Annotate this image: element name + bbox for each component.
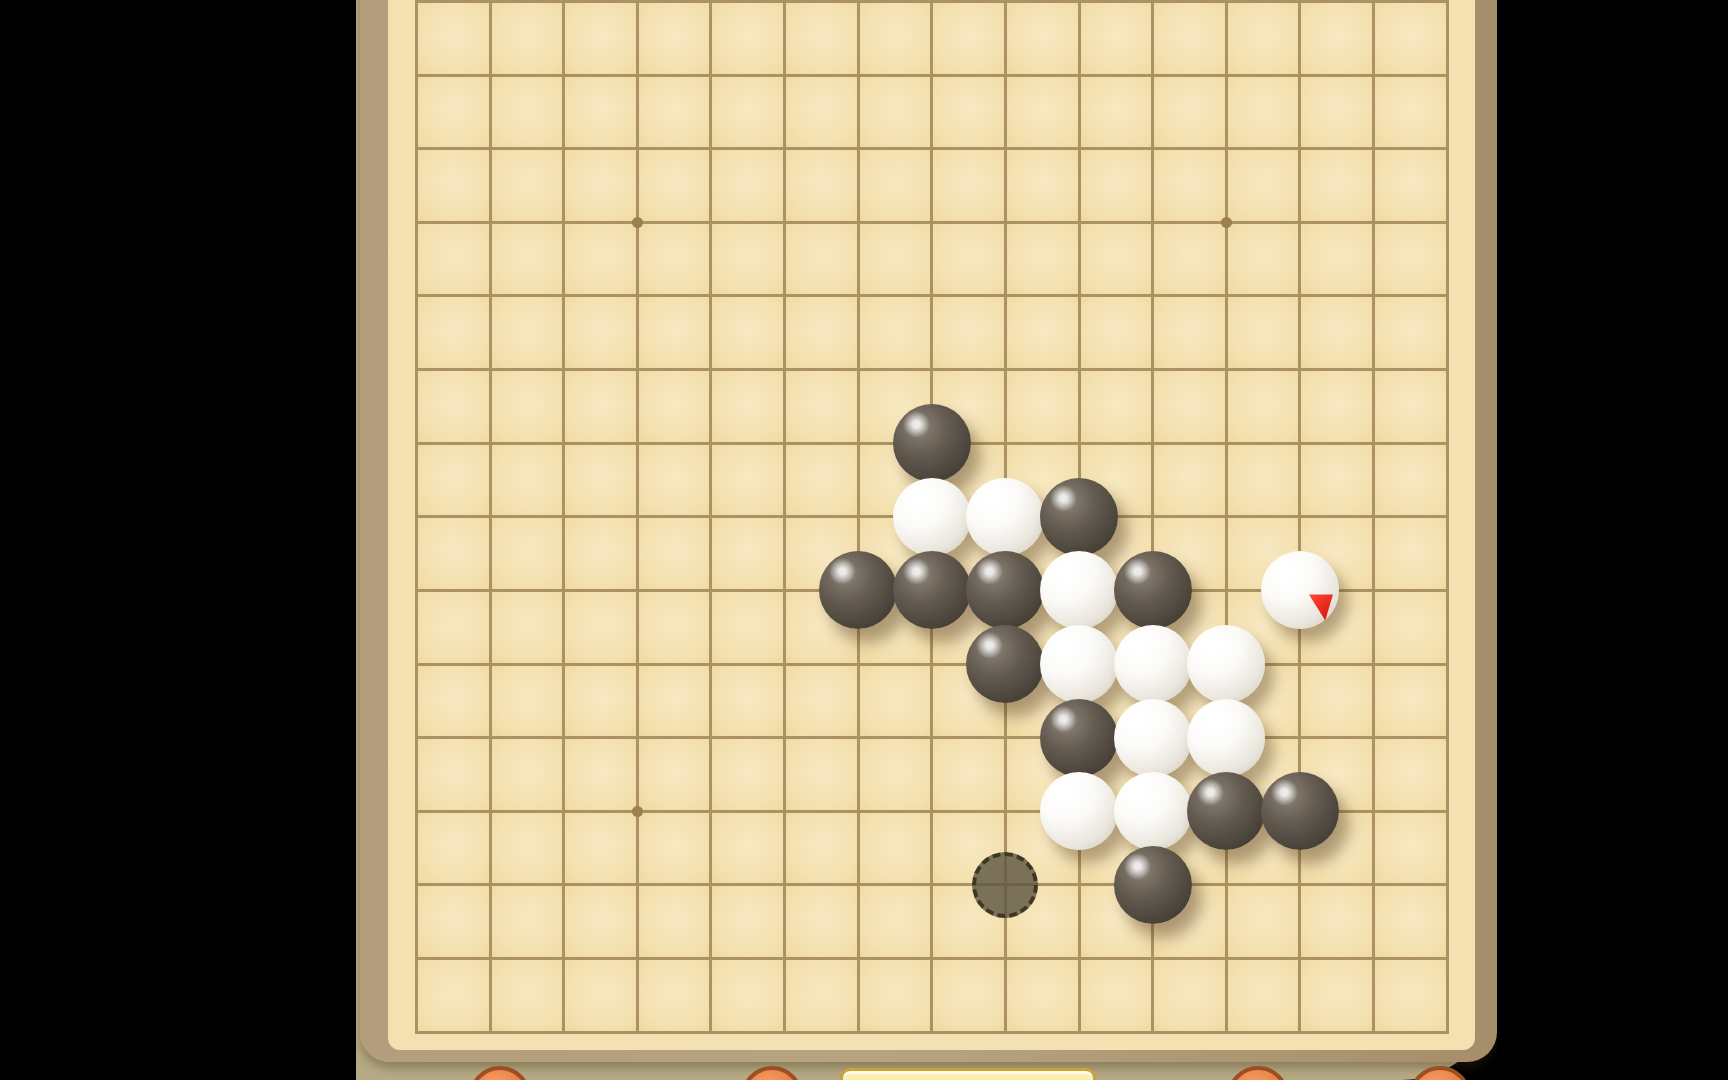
black-stone — [893, 404, 971, 482]
board-cell — [860, 224, 931, 295]
board-cell — [1375, 297, 1446, 368]
black-stone — [1040, 478, 1118, 556]
white-stone — [893, 478, 971, 556]
board-cell — [492, 739, 563, 810]
black-stone — [1261, 772, 1339, 850]
board-cell — [565, 813, 636, 884]
board-cell — [1154, 77, 1225, 148]
board-cell — [1375, 150, 1446, 221]
white-stone — [1187, 625, 1265, 703]
board-cell — [1375, 3, 1446, 74]
board-cell — [712, 371, 783, 442]
board-cell — [565, 886, 636, 957]
board-cell — [786, 666, 857, 737]
board-cell — [1375, 592, 1446, 663]
board-cell — [639, 592, 710, 663]
board-cell — [1375, 77, 1446, 148]
white-stone — [1114, 699, 1192, 777]
board-cell — [1301, 297, 1372, 368]
board-cell — [1375, 224, 1446, 295]
board-cell — [492, 666, 563, 737]
white-stone — [1261, 551, 1339, 629]
board-cell — [712, 739, 783, 810]
board-cell — [492, 224, 563, 295]
black-bar-left — [0, 0, 356, 1080]
board-cell — [1375, 960, 1446, 1031]
board-cell — [1154, 224, 1225, 295]
board-cell — [1301, 77, 1372, 148]
board-cell — [860, 666, 931, 737]
board-cell — [418, 813, 489, 884]
board-cell — [1228, 886, 1299, 957]
board-cell — [565, 3, 636, 74]
board-cell — [639, 3, 710, 74]
board-cell — [712, 445, 783, 516]
board-cell — [1301, 886, 1372, 957]
board-cell — [860, 960, 931, 1031]
board-cell — [639, 371, 710, 442]
board-cell — [418, 297, 489, 368]
board-cell — [1081, 150, 1152, 221]
star-point — [632, 806, 643, 817]
board-cell — [1154, 371, 1225, 442]
board-cell — [418, 3, 489, 74]
board-cell — [1375, 371, 1446, 442]
board-cell — [786, 739, 857, 810]
white-stone — [1040, 551, 1118, 629]
star-point — [632, 217, 643, 228]
board-cell — [418, 739, 489, 810]
board-cell — [1301, 224, 1372, 295]
board-cell — [418, 960, 489, 1031]
board-cell — [492, 592, 563, 663]
board-cell — [712, 224, 783, 295]
board-cell — [1081, 371, 1152, 442]
board-cell — [492, 77, 563, 148]
board-cell — [933, 297, 1004, 368]
board-cell — [1081, 77, 1152, 148]
board-cell — [1375, 518, 1446, 589]
board-cell — [1007, 224, 1078, 295]
board-cell — [639, 518, 710, 589]
board-cell — [1007, 150, 1078, 221]
board-cell — [786, 77, 857, 148]
board-cell — [1007, 297, 1078, 368]
board-cell — [639, 297, 710, 368]
board-cell — [1154, 445, 1225, 516]
board-cell — [712, 3, 783, 74]
board-cell — [786, 297, 857, 368]
board-cell — [786, 3, 857, 74]
white-stone — [1187, 699, 1265, 777]
board-cell — [1228, 371, 1299, 442]
white-stone — [1114, 772, 1192, 850]
board-cell — [565, 224, 636, 295]
board-cell — [1228, 445, 1299, 516]
board-cell — [565, 960, 636, 1031]
board-cell — [860, 3, 931, 74]
board-cell — [639, 886, 710, 957]
game-screen — [0, 0, 1728, 1080]
board-cell — [639, 224, 710, 295]
board-cell — [933, 224, 1004, 295]
board-cell — [418, 666, 489, 737]
board-cell — [1081, 960, 1152, 1031]
board-cell — [1081, 3, 1152, 74]
board-cell — [639, 960, 710, 1031]
board-cell — [565, 666, 636, 737]
white-stone — [1040, 772, 1118, 850]
board-cell — [1375, 886, 1446, 957]
board-cell — [1301, 960, 1372, 1031]
board-cell — [933, 960, 1004, 1031]
board-cell — [712, 813, 783, 884]
board-cell — [492, 150, 563, 221]
white-stone — [966, 478, 1044, 556]
board-cell — [712, 666, 783, 737]
board-cell — [1007, 3, 1078, 74]
board-cell — [639, 813, 710, 884]
board-cell — [639, 445, 710, 516]
board-cell — [712, 592, 783, 663]
board-cell — [418, 445, 489, 516]
black-stone — [1114, 551, 1192, 629]
board-cell — [565, 518, 636, 589]
black-bar-right — [1497, 0, 1728, 1080]
board-cell — [565, 150, 636, 221]
board-cell — [492, 3, 563, 74]
board-cell — [1081, 297, 1152, 368]
board-cell — [860, 150, 931, 221]
board-cell — [1301, 666, 1372, 737]
board-cell — [1081, 224, 1152, 295]
board-cell — [786, 960, 857, 1031]
board-cell — [860, 297, 931, 368]
board-cell — [565, 445, 636, 516]
board-cell — [418, 592, 489, 663]
board-cell — [712, 960, 783, 1031]
board-cell — [1301, 150, 1372, 221]
board-cell — [639, 739, 710, 810]
board-cell — [492, 813, 563, 884]
board-cell — [565, 77, 636, 148]
board-cell — [786, 371, 857, 442]
black-stone — [893, 551, 971, 629]
board-cell — [1228, 150, 1299, 221]
board-cell — [1154, 297, 1225, 368]
board-cell — [492, 445, 563, 516]
star-point — [1221, 217, 1232, 228]
board-cell — [786, 886, 857, 957]
board-cell — [1301, 445, 1372, 516]
board-cell — [565, 739, 636, 810]
board-cell — [1007, 77, 1078, 148]
board-cell — [1375, 445, 1446, 516]
board-cell — [860, 739, 931, 810]
board-cell — [639, 150, 710, 221]
board-cell — [418, 224, 489, 295]
board-cell — [786, 445, 857, 516]
board-cell — [933, 77, 1004, 148]
white-stone — [1114, 625, 1192, 703]
board-cell — [565, 371, 636, 442]
board-cell — [786, 813, 857, 884]
board-cell — [492, 297, 563, 368]
board-cell — [712, 518, 783, 589]
board-cell — [565, 297, 636, 368]
board-cell — [418, 518, 489, 589]
board-cell — [860, 813, 931, 884]
board-cell — [1154, 150, 1225, 221]
black-stone — [966, 625, 1044, 703]
white-stone — [1040, 625, 1118, 703]
yellow-panel[interactable] — [840, 1068, 1096, 1080]
board-cell — [492, 518, 563, 589]
board-cell — [1375, 739, 1446, 810]
board-cell — [860, 77, 931, 148]
board-cell — [492, 960, 563, 1031]
black-stone — [1114, 846, 1192, 924]
board-cell — [418, 77, 489, 148]
board-cell — [565, 592, 636, 663]
board-cell — [933, 739, 1004, 810]
board-cell — [639, 666, 710, 737]
board-cell — [418, 371, 489, 442]
board-cell — [786, 224, 857, 295]
board-cell — [1007, 960, 1078, 1031]
board-cell — [1228, 224, 1299, 295]
board-cell — [1375, 813, 1446, 884]
board-cell — [1228, 77, 1299, 148]
board-cell — [1228, 297, 1299, 368]
board-cell — [786, 150, 857, 221]
board-cell — [933, 3, 1004, 74]
board-cell — [1007, 371, 1078, 442]
board-cell — [418, 150, 489, 221]
board-cell — [1228, 3, 1299, 74]
board-cell — [492, 371, 563, 442]
board-cell — [1154, 3, 1225, 74]
board-cell — [418, 886, 489, 957]
board-cell — [492, 886, 563, 957]
board-cell — [639, 77, 710, 148]
board-cell — [1301, 371, 1372, 442]
board-cell — [712, 150, 783, 221]
board-cell — [1375, 666, 1446, 737]
board-cell — [1154, 960, 1225, 1031]
board-cell — [712, 886, 783, 957]
board-cell — [1301, 3, 1372, 74]
board-cell — [1228, 960, 1299, 1031]
ghost-stone-black[interactable] — [972, 852, 1038, 918]
board-cell — [933, 150, 1004, 221]
board-cell — [712, 297, 783, 368]
black-stone — [1040, 699, 1118, 777]
board-cell — [860, 886, 931, 957]
board-cell — [712, 77, 783, 148]
